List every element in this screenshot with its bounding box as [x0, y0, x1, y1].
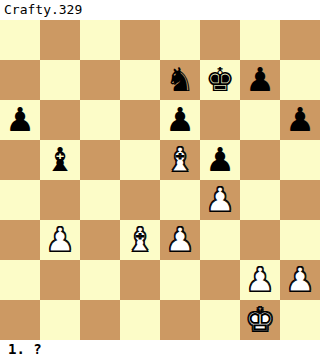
black-knight-e7[interactable]: ♞ — [165, 63, 195, 96]
square-a6[interactable]: ♟ — [0, 100, 40, 140]
square-d3[interactable]: ♝ — [120, 220, 160, 260]
square-h7[interactable] — [280, 60, 320, 100]
square-g8[interactable] — [240, 20, 280, 60]
square-h8[interactable] — [280, 20, 320, 60]
black-pawn-a6[interactable]: ♟ — [5, 103, 35, 136]
square-h3[interactable] — [280, 220, 320, 260]
square-f2[interactable] — [200, 260, 240, 300]
square-a4[interactable] — [0, 180, 40, 220]
square-b7[interactable] — [40, 60, 80, 100]
square-h6[interactable]: ♟ — [280, 100, 320, 140]
square-a5[interactable] — [0, 140, 40, 180]
square-e8[interactable] — [160, 20, 200, 60]
square-g1[interactable]: ♚ — [240, 300, 280, 340]
square-d2[interactable] — [120, 260, 160, 300]
black-pawn-h6[interactable]: ♟ — [285, 103, 315, 136]
black-pawn-g7[interactable]: ♟ — [245, 63, 275, 96]
square-b2[interactable] — [40, 260, 80, 300]
square-a3[interactable] — [0, 220, 40, 260]
square-c7[interactable] — [80, 60, 120, 100]
move-prompt: 1. ? — [0, 340, 320, 360]
square-f6[interactable] — [200, 100, 240, 140]
black-king-f7[interactable]: ♚ — [205, 63, 235, 96]
square-h5[interactable] — [280, 140, 320, 180]
square-f3[interactable] — [200, 220, 240, 260]
square-c5[interactable] — [80, 140, 120, 180]
square-b1[interactable] — [40, 300, 80, 340]
black-bishop-b5[interactable]: ♝ — [45, 143, 75, 176]
square-c6[interactable] — [80, 100, 120, 140]
square-c2[interactable] — [80, 260, 120, 300]
square-d6[interactable] — [120, 100, 160, 140]
white-pawn-e3[interactable]: ♟ — [165, 223, 195, 256]
white-bishop-e5[interactable]: ♝ — [165, 143, 195, 176]
square-a2[interactable] — [0, 260, 40, 300]
square-g3[interactable] — [240, 220, 280, 260]
square-e5[interactable]: ♝ — [160, 140, 200, 180]
square-a7[interactable] — [0, 60, 40, 100]
square-b6[interactable] — [40, 100, 80, 140]
square-e6[interactable]: ♟ — [160, 100, 200, 140]
white-king-g1[interactable]: ♚ — [245, 303, 275, 336]
square-d5[interactable] — [120, 140, 160, 180]
square-f4[interactable]: ♟ — [200, 180, 240, 220]
square-g6[interactable] — [240, 100, 280, 140]
square-f7[interactable]: ♚ — [200, 60, 240, 100]
square-d7[interactable] — [120, 60, 160, 100]
chess-board: ♞♚♟♟♟♟♝♝♟♟♟♝♟♟♟♚ — [0, 20, 320, 340]
square-e7[interactable]: ♞ — [160, 60, 200, 100]
square-f5[interactable]: ♟ — [200, 140, 240, 180]
square-b8[interactable] — [40, 20, 80, 60]
square-d1[interactable] — [120, 300, 160, 340]
square-g4[interactable] — [240, 180, 280, 220]
square-b4[interactable] — [40, 180, 80, 220]
square-a8[interactable] — [0, 20, 40, 60]
white-pawn-g2[interactable]: ♟ — [245, 263, 275, 296]
square-h2[interactable]: ♟ — [280, 260, 320, 300]
square-b5[interactable]: ♝ — [40, 140, 80, 180]
square-c8[interactable] — [80, 20, 120, 60]
square-b3[interactable]: ♟ — [40, 220, 80, 260]
white-pawn-h2[interactable]: ♟ — [285, 263, 315, 296]
square-g2[interactable]: ♟ — [240, 260, 280, 300]
square-f8[interactable] — [200, 20, 240, 60]
square-c3[interactable] — [80, 220, 120, 260]
white-bishop-d3[interactable]: ♝ — [125, 223, 155, 256]
square-g5[interactable] — [240, 140, 280, 180]
square-h4[interactable] — [280, 180, 320, 220]
square-g7[interactable]: ♟ — [240, 60, 280, 100]
white-pawn-f4[interactable]: ♟ — [205, 183, 235, 216]
white-pawn-b3[interactable]: ♟ — [45, 223, 75, 256]
square-a1[interactable] — [0, 300, 40, 340]
square-h1[interactable] — [280, 300, 320, 340]
square-e2[interactable] — [160, 260, 200, 300]
square-c4[interactable] — [80, 180, 120, 220]
square-e3[interactable]: ♟ — [160, 220, 200, 260]
black-pawn-e6[interactable]: ♟ — [165, 103, 195, 136]
square-e1[interactable] — [160, 300, 200, 340]
window-title: Crafty.329 — [0, 0, 320, 20]
square-d4[interactable] — [120, 180, 160, 220]
square-f1[interactable] — [200, 300, 240, 340]
square-e4[interactable] — [160, 180, 200, 220]
square-d8[interactable] — [120, 20, 160, 60]
square-c1[interactable] — [80, 300, 120, 340]
black-pawn-f5[interactable]: ♟ — [205, 143, 235, 176]
